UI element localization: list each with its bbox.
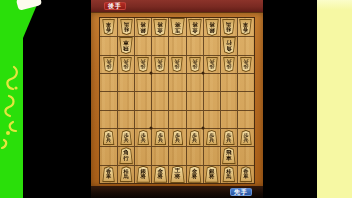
board-cell[interactable] — [117, 110, 134, 128]
board-cell[interactable] — [168, 36, 185, 54]
shogi-piece-sente[interactable]: 角行 — [119, 147, 133, 164]
board-cell[interactable] — [237, 36, 254, 54]
shogi-piece-sente[interactable]: 香車 — [239, 166, 252, 182]
shogi-piece-sente[interactable]: 桂馬 — [222, 166, 235, 182]
board-cell[interactable]: 香車 — [237, 165, 254, 184]
board-cell[interactable] — [100, 146, 117, 164]
board-cell[interactable]: 歩兵 — [100, 55, 117, 73]
board-cell[interactable]: 歩兵 — [168, 55, 185, 73]
shogi-piece-gote[interactable]: 香車 — [102, 19, 115, 35]
board-cell[interactable] — [186, 36, 203, 54]
board-cell[interactable]: 香車 — [100, 18, 117, 36]
board-grid: 香車桂馬銀将金将玉将金将銀将桂馬香車飛車角行歩兵歩兵歩兵歩兵歩兵歩兵歩兵歩兵歩兵… — [99, 17, 255, 184]
shogi-piece-gote[interactable]: 金将 — [153, 19, 167, 36]
board-cell[interactable]: 金将 — [151, 165, 168, 184]
board-cell[interactable] — [186, 91, 203, 109]
board-cell[interactable] — [168, 146, 185, 164]
board-cell[interactable]: 飛車 — [117, 36, 134, 54]
board-cell[interactable] — [100, 36, 117, 54]
board-cell[interactable] — [237, 110, 254, 128]
shogi-piece-gote[interactable]: 桂馬 — [120, 19, 133, 35]
shogi-piece-gote[interactable]: 歩兵 — [154, 57, 166, 72]
shogi-piece-sente[interactable]: 歩兵 — [120, 130, 132, 145]
board-cell[interactable]: 桂馬 — [117, 165, 134, 184]
board-cell[interactable]: 歩兵 — [186, 128, 203, 146]
board-cell[interactable] — [134, 110, 151, 128]
board-cell[interactable] — [220, 91, 237, 109]
board-cell[interactable] — [134, 73, 151, 91]
shogi-piece-gote[interactable]: 歩兵 — [223, 57, 235, 72]
top-bar: 後手 — [91, 0, 263, 12]
shogi-piece-gote[interactable]: 桂馬 — [222, 19, 235, 35]
board-cell[interactable]: 王将 — [168, 165, 185, 184]
yellow-calligraphy-decoration — [0, 0, 26, 198]
shogi-piece-sente[interactable]: 香車 — [102, 166, 115, 182]
board-cell[interactable] — [203, 91, 220, 109]
shogi-piece-sente[interactable]: 歩兵 — [171, 130, 183, 145]
shogi-piece-sente[interactable]: 歩兵 — [206, 130, 218, 145]
board-cell[interactable] — [117, 73, 134, 91]
board-cell[interactable] — [134, 36, 151, 54]
board-cell[interactable] — [186, 73, 203, 91]
board-cell[interactable]: 歩兵 — [117, 55, 134, 73]
shogi-piece-sente[interactable]: 銀将 — [136, 166, 150, 183]
shogi-app-window: 後手 香車桂馬銀将金将玉将金将銀将桂馬香車飛車角行歩兵歩兵歩兵歩兵歩兵歩兵歩兵歩… — [91, 0, 263, 198]
shogi-piece-sente[interactable]: 歩兵 — [223, 130, 235, 145]
shogi-piece-gote[interactable]: 歩兵 — [103, 57, 115, 72]
board-cell[interactable] — [220, 73, 237, 91]
hoshi-dot — [202, 71, 205, 74]
board-cell[interactable] — [100, 110, 117, 128]
shogi-piece-gote[interactable]: 金将 — [188, 19, 202, 36]
board-cell[interactable]: 金将 — [151, 18, 168, 36]
board-cell[interactable] — [203, 73, 220, 91]
board-cell[interactable] — [168, 91, 185, 109]
board-cell[interactable]: 銀将 — [203, 18, 220, 36]
right-yellow-stripe — [317, 0, 352, 198]
board-cell[interactable]: 歩兵 — [203, 128, 220, 146]
board-cell[interactable]: 香車 — [237, 18, 254, 36]
board-cell[interactable]: 桂馬 — [220, 165, 237, 184]
shogi-piece-sente[interactable]: 歩兵 — [103, 130, 115, 145]
board-cell[interactable]: 歩兵 — [134, 128, 151, 146]
board-cell[interactable] — [134, 146, 151, 164]
shogi-piece-sente[interactable]: 飛車 — [222, 147, 236, 164]
board-cell[interactable]: 桂馬 — [220, 18, 237, 36]
board-cell[interactable] — [100, 91, 117, 109]
shogi-piece-gote[interactable]: 歩兵 — [189, 57, 201, 72]
board-cell[interactable]: 角行 — [117, 146, 134, 164]
board-cell[interactable]: 歩兵 — [117, 128, 134, 146]
shogi-piece-gote[interactable]: 飛車 — [119, 37, 133, 54]
board-cell[interactable] — [220, 110, 237, 128]
bottom-bar: 先手 — [91, 186, 263, 198]
shogi-piece-sente[interactable]: 桂馬 — [120, 166, 133, 182]
board-cell[interactable]: 桂馬 — [117, 18, 134, 36]
board-cell[interactable] — [168, 73, 185, 91]
board-cell[interactable]: 歩兵 — [134, 55, 151, 73]
board-cell[interactable] — [151, 110, 168, 128]
board-cell[interactable]: 歩兵 — [100, 128, 117, 146]
board-cell[interactable]: 歩兵 — [220, 128, 237, 146]
shogi-piece-gote[interactable]: 玉将 — [170, 18, 185, 36]
board-cell[interactable] — [237, 73, 254, 91]
shogi-piece-gote[interactable]: 歩兵 — [240, 57, 252, 72]
board-cell[interactable]: 銀将 — [134, 18, 151, 36]
board-cell[interactable]: 歩兵 — [151, 55, 168, 73]
board-cell[interactable] — [237, 91, 254, 109]
gote-player-badge: 後手 — [104, 2, 126, 10]
shogi-piece-sente[interactable]: 金将 — [188, 166, 202, 183]
sente-player-badge: 先手 — [230, 188, 252, 196]
board-cell[interactable]: 銀将 — [203, 165, 220, 184]
board-cell[interactable] — [134, 91, 151, 109]
board-cell[interactable]: 歩兵 — [237, 55, 254, 73]
board-cell[interactable]: 香車 — [100, 165, 117, 184]
board-cell[interactable]: 歩兵 — [151, 128, 168, 146]
board-cell[interactable]: 銀将 — [134, 165, 151, 184]
shogi-piece-sente[interactable]: 歩兵 — [137, 130, 149, 145]
board-cell[interactable]: 飛車 — [220, 146, 237, 164]
shogi-piece-sente[interactable]: 歩兵 — [240, 130, 252, 145]
shogi-piece-sente[interactable]: 銀将 — [205, 166, 219, 183]
shogi-piece-gote[interactable]: 香車 — [239, 19, 252, 35]
board-cell[interactable]: 歩兵 — [220, 55, 237, 73]
board-cell[interactable]: 歩兵 — [237, 128, 254, 146]
board-cell[interactable] — [203, 146, 220, 164]
board-cell[interactable] — [151, 73, 168, 91]
board-cell[interactable] — [151, 146, 168, 164]
shogi-piece-gote[interactable]: 歩兵 — [171, 57, 183, 72]
board-cell[interactable] — [203, 36, 220, 54]
board-cell[interactable]: 角行 — [220, 36, 237, 54]
shogi-piece-gote[interactable]: 銀将 — [205, 19, 219, 36]
shogi-piece-gote[interactable]: 銀将 — [136, 19, 150, 36]
board-cell[interactable] — [151, 36, 168, 54]
shogi-piece-sente[interactable]: 歩兵 — [154, 130, 166, 145]
board-cell[interactable]: 玉将 — [168, 18, 185, 36]
hoshi-dot — [202, 127, 205, 130]
board-cell[interactable] — [151, 91, 168, 109]
shogi-piece-sente[interactable]: 金将 — [153, 166, 167, 183]
shogi-piece-gote[interactable]: 歩兵 — [137, 57, 149, 72]
board-cell[interactable] — [203, 110, 220, 128]
board-cell[interactable] — [237, 146, 254, 164]
hoshi-dot — [150, 127, 153, 130]
board-cell[interactable]: 歩兵 — [186, 55, 203, 73]
board-cell[interactable] — [186, 110, 203, 128]
board-cell[interactable] — [186, 146, 203, 164]
shogi-piece-gote[interactable]: 歩兵 — [120, 57, 132, 72]
shogi-piece-gote[interactable]: 歩兵 — [206, 57, 218, 72]
board-cell[interactable]: 金将 — [186, 18, 203, 36]
shogi-piece-sente[interactable]: 歩兵 — [189, 130, 201, 145]
shogi-board: 香車桂馬銀将金将玉将金将銀将桂馬香車飛車角行歩兵歩兵歩兵歩兵歩兵歩兵歩兵歩兵歩兵… — [91, 12, 263, 186]
board-cell[interactable]: 歩兵 — [203, 55, 220, 73]
shogi-piece-gote[interactable]: 角行 — [222, 37, 236, 54]
hoshi-dot — [150, 71, 153, 74]
board-cell[interactable] — [100, 73, 117, 91]
shogi-piece-sente[interactable]: 王将 — [170, 166, 185, 184]
screenshot-stage: 後手 香車桂馬銀将金将玉将金将銀将桂馬香車飛車角行歩兵歩兵歩兵歩兵歩兵歩兵歩兵歩… — [0, 0, 352, 198]
board-cell[interactable]: 歩兵 — [168, 128, 185, 146]
board-cell[interactable] — [117, 91, 134, 109]
board-cell[interactable]: 金将 — [186, 165, 203, 184]
board-cell[interactable] — [168, 110, 185, 128]
